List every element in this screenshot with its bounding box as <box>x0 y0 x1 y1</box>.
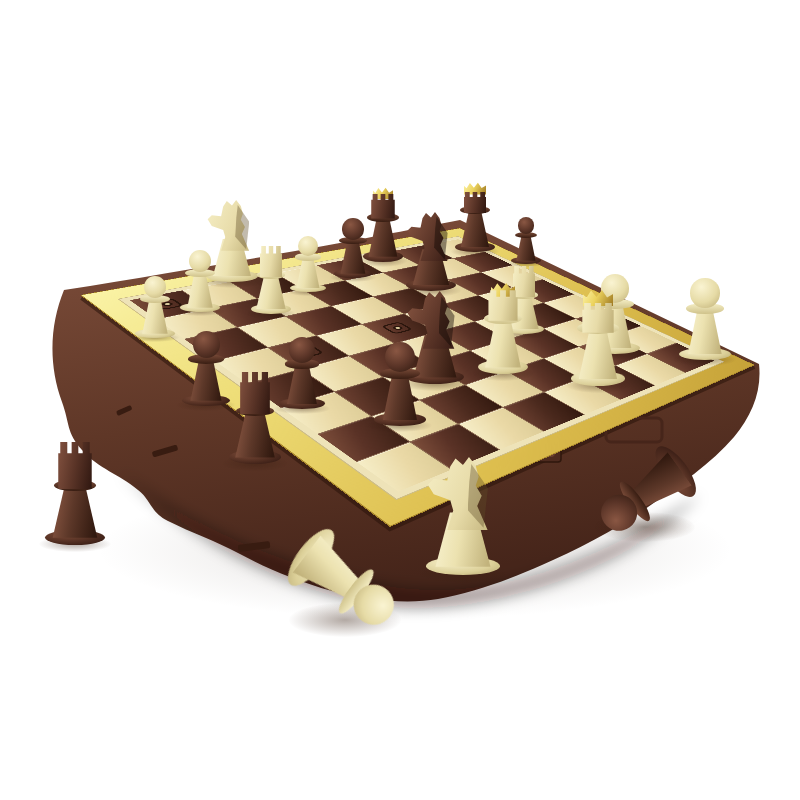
white-pawn-h2[interactable] <box>678 278 732 360</box>
product-scene <box>0 0 800 800</box>
brown-pawn-a5[interactable] <box>181 331 231 406</box>
white-pawn-b8[interactable] <box>180 250 221 312</box>
loose-brown-rook[interactable] <box>44 442 106 545</box>
white-queen-e3[interactable] <box>477 282 529 374</box>
brown-rook-a3[interactable] <box>228 372 283 464</box>
white-pawn-a7[interactable] <box>135 276 176 338</box>
brown-knight-f6[interactable] <box>405 212 457 291</box>
loose-white-knight[interactable] <box>424 457 502 575</box>
brown-pawn-c3[interactable] <box>373 342 428 426</box>
brown-pawn-h6[interactable] <box>511 217 542 264</box>
white-king-f2[interactable] <box>570 289 626 386</box>
white-rook-c7[interactable] <box>251 246 292 314</box>
white-pawn-d7[interactable] <box>290 236 327 292</box>
brown-king-h8[interactable] <box>455 182 496 252</box>
brown-pawn-e7[interactable] <box>333 218 373 278</box>
brown-pawn-b4[interactable] <box>278 337 326 409</box>
